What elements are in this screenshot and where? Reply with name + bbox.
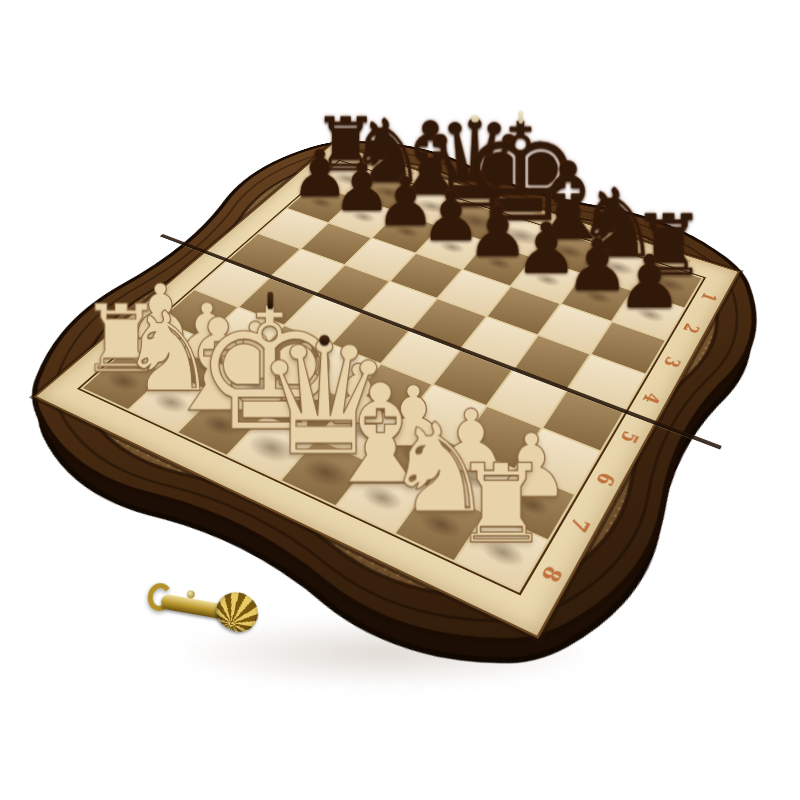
chess-box: 12345678abcdefgh ♜♞♝♛♚♝♞♜♟♟♟♟♟♟♟♟♟♟♟♟♟♟♟… [0,103,800,764]
latch-shell-icon [210,585,265,638]
latch-pin-icon [186,590,195,599]
piece-finial [518,110,523,124]
piece-finial [266,292,272,309]
scene: 12345678abcdefgh ♜♞♝♛♚♝♞♜♟♟♟♟♟♟♟♟♟♟♟♟♟♟♟… [0,0,800,800]
piece-glyph: ♜ [414,452,587,556]
product-photo-stage: 12345678abcdefgh ♜♞♝♛♚♝♞♜♟♟♟♟♟♟♟♟♟♟♟♟♟♟♟… [0,0,800,800]
